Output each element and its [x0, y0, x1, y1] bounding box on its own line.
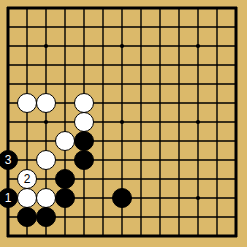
go-board[interactable]: 321 [0, 0, 247, 247]
move-number-label: 2 [24, 173, 31, 185]
white-stone[interactable] [55, 131, 75, 151]
white-stone[interactable] [74, 93, 94, 113]
go-board-grid [0, 0, 247, 247]
black-stone[interactable] [55, 169, 75, 189]
white-stone[interactable] [36, 93, 56, 113]
star-point [44, 120, 48, 124]
move-number-label: 1 [5, 192, 12, 204]
black-stone[interactable] [17, 207, 37, 227]
move-number-label: 3 [5, 154, 12, 166]
star-point [120, 44, 124, 48]
black-stone[interactable] [74, 131, 94, 151]
black-stone[interactable] [112, 188, 132, 208]
black-stone[interactable] [74, 150, 94, 170]
white-stone[interactable] [17, 93, 37, 113]
white-stone-move-2[interactable]: 2 [17, 169, 37, 189]
white-stone[interactable] [36, 188, 56, 208]
star-point [196, 120, 200, 124]
star-point [44, 44, 48, 48]
star-point [120, 120, 124, 124]
black-stone[interactable] [55, 188, 75, 208]
star-point [196, 196, 200, 200]
black-stone[interactable] [36, 207, 56, 227]
white-stone[interactable] [74, 112, 94, 132]
white-stone[interactable] [36, 150, 56, 170]
star-point [196, 44, 200, 48]
white-stone[interactable] [17, 188, 37, 208]
